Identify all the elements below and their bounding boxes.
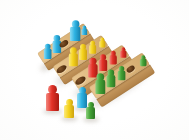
cylinder-body bbox=[120, 50, 126, 57]
cylinder-body bbox=[46, 93, 59, 111]
knobbed-cylinder-red bbox=[120, 47, 126, 58]
loose-cylinder-red bbox=[46, 85, 59, 111]
cylinder-body bbox=[86, 107, 95, 119]
loose-cylinder-yellow bbox=[64, 99, 74, 118]
knobbed-cylinder-green bbox=[140, 55, 147, 66]
empty-socket-hole bbox=[125, 64, 135, 73]
knobbed-cylinder-yellow bbox=[99, 37, 105, 47]
loose-cylinder-green bbox=[86, 102, 95, 119]
toy-photo-canvas bbox=[0, 0, 189, 140]
knobbed-cylinder-blue bbox=[82, 26, 88, 36]
cylinder-body bbox=[140, 58, 147, 66]
cylinder-body bbox=[82, 28, 88, 35]
cylinder-body bbox=[99, 40, 105, 47]
cylinder-body bbox=[64, 105, 74, 118]
